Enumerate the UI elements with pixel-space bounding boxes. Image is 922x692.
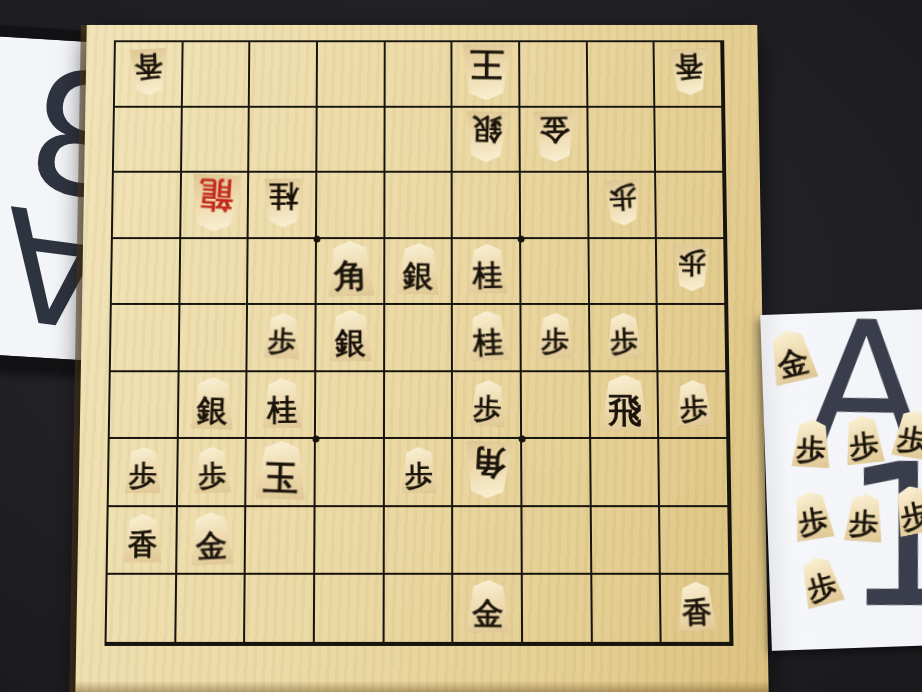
piece-kanji: 歩: [267, 327, 296, 356]
square-8c: 龍: [181, 173, 250, 239]
piece-kanji: 龍: [197, 177, 234, 213]
piece-8c-gote[interactable]: 龍: [187, 173, 244, 232]
piece-2f-sente[interactable]: 飛: [599, 375, 652, 431]
square-1f: 歩: [659, 372, 729, 439]
piece-7c-gote[interactable]: 桂: [261, 178, 305, 227]
piece-kanji: 金: [775, 344, 812, 381]
piece-kanji: 歩: [608, 182, 637, 211]
shogi-board: 香王香銀金龍桂歩歩角銀桂歩銀桂歩歩銀桂歩飛歩歩歩玉歩角香金金香: [75, 25, 768, 692]
piece-2e-sente[interactable]: 歩: [603, 312, 645, 359]
piece-kanji: 歩: [796, 435, 826, 465]
square-4d: 桂: [453, 239, 521, 305]
square-2e: 歩: [590, 305, 659, 372]
piece-kanji: 銀: [471, 115, 503, 146]
piece-1a-gote[interactable]: 香: [667, 48, 710, 96]
piece-kanji: 歩: [679, 394, 709, 423]
photo-background: 3 A 歩 香王香銀金龍桂歩歩角銀桂歩銀桂歩歩銀桂歩飛歩歩歩玉歩角香金金香 A …: [0, 0, 922, 692]
square-5g: 歩: [384, 439, 453, 507]
captured-piece-sente-5[interactable]: 歩: [788, 488, 837, 542]
square-2f: 飛: [590, 372, 659, 439]
square-3e: 歩: [521, 305, 590, 372]
piece-kanji: 金: [472, 598, 504, 630]
square-8h: 金: [177, 507, 247, 575]
piece-kanji: 歩: [804, 570, 840, 606]
piece-7g-sente[interactable]: 玉: [253, 440, 311, 500]
square-7c: 桂: [249, 173, 317, 239]
piece-3e-sente[interactable]: 歩: [536, 312, 576, 358]
square-8f: 銀: [178, 372, 247, 439]
square-7f: 桂: [247, 372, 316, 439]
piece-kanji: 王: [469, 47, 504, 81]
piece-6d-sente[interactable]: 角: [324, 241, 377, 298]
piece-5g-sente[interactable]: 歩: [399, 447, 440, 494]
piece-kanji: 香: [134, 51, 164, 80]
piece-kanji: 歩: [198, 462, 227, 491]
square-4e: 桂: [453, 305, 522, 372]
piece-4g-gote[interactable]: 角: [460, 441, 515, 500]
piece-4b-gote[interactable]: 銀: [463, 111, 511, 163]
square-4b: 銀: [453, 107, 521, 173]
right-komadai-board: A 1 金歩歩歩歩歩歩歩: [760, 309, 922, 651]
piece-7e-sente[interactable]: 歩: [261, 312, 303, 360]
piece-4i-sente[interactable]: 金: [464, 580, 512, 634]
piece-kanji: 歩: [797, 505, 830, 538]
square-9a: 香: [115, 42, 183, 107]
square-1d: 歩: [657, 239, 726, 305]
square-7g: 玉: [247, 439, 316, 507]
piece-kanji: 香: [128, 530, 158, 559]
square-4a: 王: [453, 42, 521, 107]
square-4f: 歩: [453, 372, 522, 439]
piece-9g-sente[interactable]: 歩: [123, 447, 165, 494]
piece-kanji: 銀: [335, 327, 366, 358]
piece-kanji: 歩: [898, 499, 922, 533]
captured-piece-sente-8[interactable]: 歩: [794, 553, 847, 610]
square-1i: 香: [661, 575, 731, 644]
piece-1d-gote[interactable]: 歩: [672, 246, 712, 292]
square-6d: 角: [317, 239, 385, 305]
piece-kanji: 金: [196, 529, 228, 562]
piece-7f-sente[interactable]: 桂: [260, 377, 304, 428]
piece-kanji: 歩: [848, 509, 879, 540]
piece-8h-sente[interactable]: 金: [187, 511, 236, 566]
piece-kanji: 桂: [472, 327, 503, 358]
piece-5d-sente[interactable]: 銀: [395, 243, 443, 296]
piece-4f-sente[interactable]: 歩: [466, 379, 508, 427]
square-6e: 銀: [316, 305, 385, 372]
piece-kanji: 桂: [472, 261, 502, 291]
square-4g: 角: [453, 439, 522, 507]
piece-2c-gote[interactable]: 歩: [602, 179, 644, 226]
piece-kanji: 桂: [268, 181, 298, 210]
piece-kanji: 香: [681, 598, 712, 629]
piece-4e-sente[interactable]: 桂: [464, 310, 511, 362]
piece-kanji: 香: [674, 51, 704, 80]
piece-4d-sente[interactable]: 桂: [465, 244, 510, 294]
piece-9h-sente[interactable]: 香: [121, 514, 164, 562]
square-9g: 歩: [109, 439, 179, 507]
square-3b: 金: [520, 107, 588, 173]
piece-9a-gote[interactable]: 香: [128, 48, 171, 96]
square-4i: 金: [454, 575, 524, 644]
piece-6e-sente[interactable]: 銀: [327, 310, 374, 361]
piece-kanji: 銀: [403, 260, 435, 292]
square-9h: 香: [108, 507, 178, 575]
piece-3b-gote[interactable]: 金: [531, 112, 579, 163]
square-5d: 銀: [385, 239, 453, 305]
piece-1i-sente[interactable]: 香: [674, 581, 719, 631]
piece-kanji: 金: [539, 115, 570, 146]
piece-8g-sente[interactable]: 歩: [192, 446, 233, 493]
square-2c: 歩: [589, 173, 658, 239]
piece-kanji: 角: [470, 445, 506, 481]
piece-kanji: 歩: [405, 462, 434, 491]
piece-kanji: 銀: [197, 394, 229, 426]
square-7e: 歩: [248, 305, 317, 372]
piece-4a-gote[interactable]: 王: [459, 43, 514, 100]
board-grid: 香王香銀金龍桂歩歩角銀桂歩銀桂歩歩銀桂歩飛歩歩歩玉歩角香金金香: [104, 40, 733, 646]
piece-kanji: 歩: [542, 328, 570, 356]
piece-kanji: 歩: [610, 327, 639, 356]
piece-1f-sente[interactable]: 歩: [672, 379, 715, 427]
piece-kanji: 歩: [896, 424, 922, 457]
piece-kanji: 桂: [267, 394, 297, 424]
piece-kanji: 歩: [473, 394, 502, 423]
square-1a: 香: [655, 42, 723, 107]
piece-kanji: 角: [334, 259, 369, 294]
piece-kanji: 歩: [129, 462, 158, 491]
piece-kanji: 歩: [848, 430, 880, 462]
square-8g: 歩: [178, 439, 248, 507]
piece-kanji: 飛: [608, 393, 642, 427]
piece-kanji: 歩: [678, 249, 706, 277]
piece-kanji: 玉: [263, 460, 300, 496]
piece-8f-sente[interactable]: 銀: [189, 376, 238, 429]
